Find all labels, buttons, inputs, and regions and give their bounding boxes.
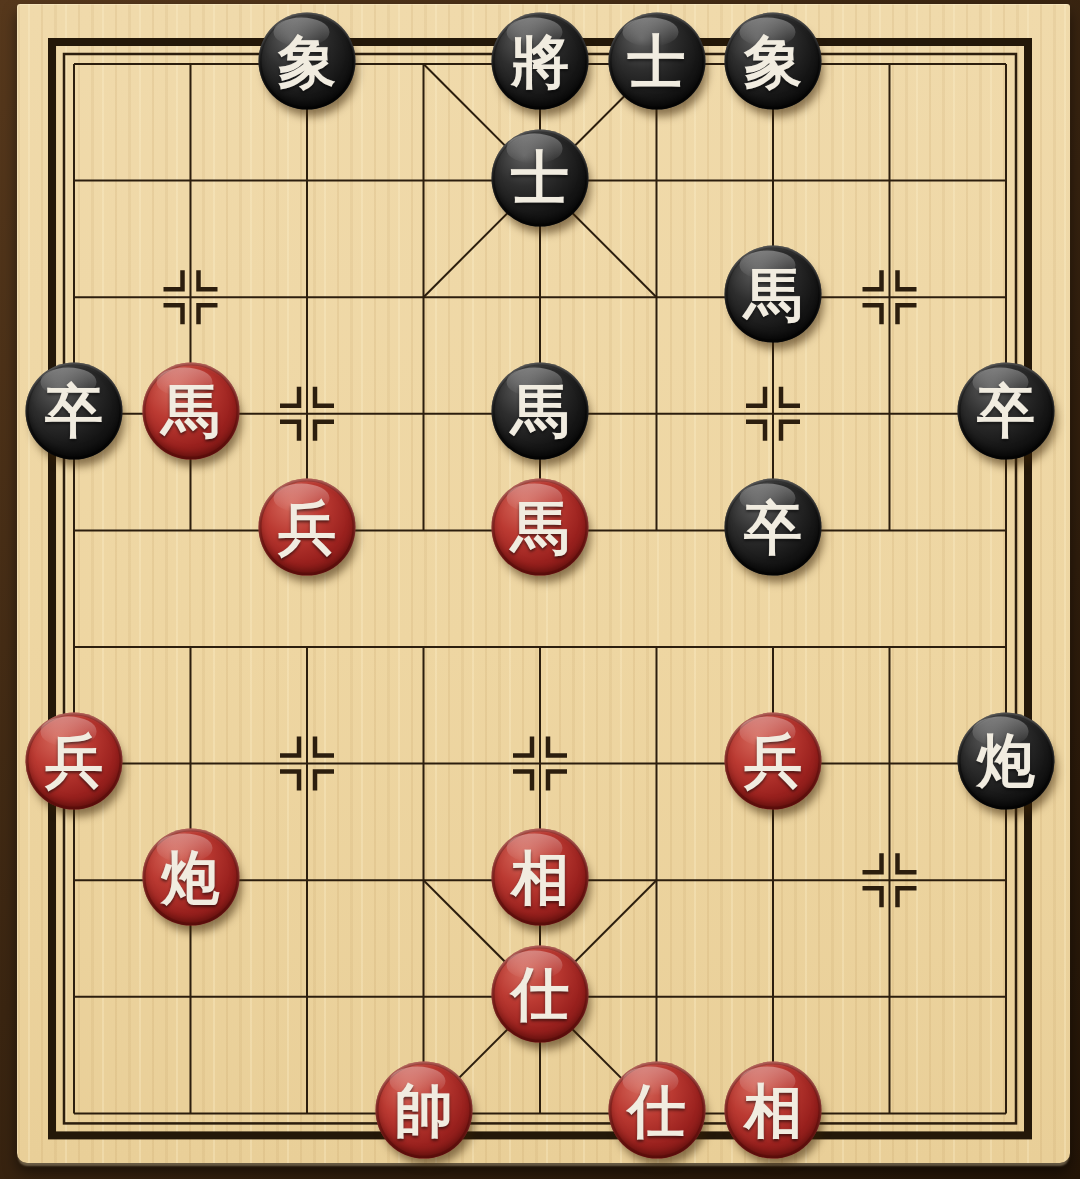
piece-red-elephant[interactable]: 相 xyxy=(725,1062,822,1159)
piece-red-pawn[interactable]: 兵 xyxy=(259,479,356,576)
piece-black-pawn[interactable]: 卒 xyxy=(725,479,822,576)
piece-red-horse[interactable]: 馬 xyxy=(142,362,239,459)
pieces-layer: 象將士象士馬卒馬馬卒兵馬卒兵兵炮炮相仕帥仕相 xyxy=(0,0,1080,1179)
piece-glyph: 象 xyxy=(278,32,336,90)
piece-glyph: 馬 xyxy=(511,498,569,556)
piece-red-advisor[interactable]: 仕 xyxy=(492,945,589,1042)
piece-black-horse[interactable]: 馬 xyxy=(492,362,589,459)
piece-black-elephant[interactable]: 象 xyxy=(725,13,822,110)
piece-black-pawn[interactable]: 卒 xyxy=(958,362,1055,459)
app-background: 象將士象士馬卒馬馬卒兵馬卒兵兵炮炮相仕帥仕相 xyxy=(0,0,1080,1179)
piece-glyph: 士 xyxy=(628,32,686,90)
piece-glyph: 炮 xyxy=(977,732,1035,790)
piece-glyph: 馬 xyxy=(511,382,569,440)
piece-glyph: 馬 xyxy=(162,382,220,440)
piece-red-horse[interactable]: 馬 xyxy=(492,479,589,576)
piece-red-elephant[interactable]: 相 xyxy=(492,829,589,926)
piece-glyph: 馬 xyxy=(744,265,802,323)
piece-red-pawn[interactable]: 兵 xyxy=(26,712,123,809)
piece-glyph: 相 xyxy=(744,1081,802,1139)
piece-red-cannon[interactable]: 炮 xyxy=(142,829,239,926)
piece-black-pawn[interactable]: 卒 xyxy=(26,362,123,459)
piece-glyph: 仕 xyxy=(628,1081,686,1139)
piece-black-horse[interactable]: 馬 xyxy=(725,246,822,343)
piece-glyph: 卒 xyxy=(977,382,1035,440)
piece-black-elephant[interactable]: 象 xyxy=(259,13,356,110)
piece-glyph: 帥 xyxy=(395,1081,453,1139)
piece-glyph: 士 xyxy=(511,149,569,207)
piece-black-advisor[interactable]: 士 xyxy=(492,129,589,226)
piece-glyph: 兵 xyxy=(278,498,336,556)
piece-red-king[interactable]: 帥 xyxy=(375,1062,472,1159)
piece-black-king[interactable]: 將 xyxy=(492,13,589,110)
piece-black-cannon[interactable]: 炮 xyxy=(958,712,1055,809)
piece-black-advisor[interactable]: 士 xyxy=(608,13,705,110)
piece-glyph: 卒 xyxy=(744,498,802,556)
piece-glyph: 兵 xyxy=(45,732,103,790)
piece-glyph: 仕 xyxy=(511,965,569,1023)
piece-red-advisor[interactable]: 仕 xyxy=(608,1062,705,1159)
piece-glyph: 象 xyxy=(744,32,802,90)
piece-glyph: 兵 xyxy=(744,732,802,790)
piece-glyph: 相 xyxy=(511,848,569,906)
piece-glyph: 卒 xyxy=(45,382,103,440)
piece-glyph: 炮 xyxy=(162,848,220,906)
piece-red-pawn[interactable]: 兵 xyxy=(725,712,822,809)
piece-glyph: 將 xyxy=(511,32,569,90)
